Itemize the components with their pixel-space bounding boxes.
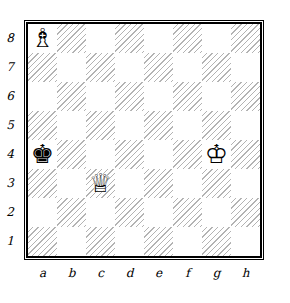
piece-glyph: ♕ — [89, 169, 112, 198]
square-b3 — [57, 169, 86, 198]
square-a4: ♚ — [28, 140, 57, 169]
file-label-f: f — [173, 265, 202, 281]
square-h6 — [231, 82, 260, 111]
square-f2 — [173, 198, 202, 227]
piece-glyph: ♔ — [205, 140, 228, 169]
square-h3 — [231, 169, 260, 198]
square-e4 — [144, 140, 173, 169]
square-e8 — [144, 24, 173, 53]
square-b4 — [57, 140, 86, 169]
square-d8 — [115, 24, 144, 53]
square-d5 — [115, 111, 144, 140]
square-f3 — [173, 169, 202, 198]
square-e3 — [144, 169, 173, 198]
square-g2 — [202, 198, 231, 227]
file-label-d: d — [115, 265, 144, 281]
piece-glyph: ♚ — [31, 140, 54, 169]
square-f4 — [173, 140, 202, 169]
square-d2 — [115, 198, 144, 227]
square-g6 — [202, 82, 231, 111]
square-h2 — [231, 198, 260, 227]
square-a6 — [28, 82, 57, 111]
square-g8 — [202, 24, 231, 53]
file-label-h: h — [231, 265, 260, 281]
white-bishop-piece: ♝♗ — [28, 24, 57, 53]
square-h7 — [231, 53, 260, 82]
chess-diagram: 87654321 ♝♗♚♚♔♛♕ abcdefgh — [0, 0, 290, 303]
file-labels: abcdefgh — [28, 265, 260, 281]
rank-label-6: 6 — [2, 82, 18, 111]
square-c2 — [86, 198, 115, 227]
file-label-e: e — [144, 265, 173, 281]
chess-board: ♝♗♚♚♔♛♕ — [24, 20, 264, 260]
white-queen-piece: ♛♕ — [86, 169, 115, 198]
rank-label-4: 4 — [2, 140, 18, 169]
square-d6 — [115, 82, 144, 111]
square-a3 — [28, 169, 57, 198]
square-a5 — [28, 111, 57, 140]
square-f8 — [173, 24, 202, 53]
square-b1 — [57, 227, 86, 256]
square-c3: ♛♕ — [86, 169, 115, 198]
square-d3 — [115, 169, 144, 198]
black-king-piece: ♚ — [28, 140, 57, 169]
square-e2 — [144, 198, 173, 227]
square-h4 — [231, 140, 260, 169]
rank-labels: 87654321 — [2, 24, 18, 256]
square-c7 — [86, 53, 115, 82]
square-e1 — [144, 227, 173, 256]
square-e7 — [144, 53, 173, 82]
white-king-piece: ♚♔ — [202, 140, 231, 169]
file-label-a: a — [28, 265, 57, 281]
square-a8: ♝♗ — [28, 24, 57, 53]
square-f1 — [173, 227, 202, 256]
board-grid: ♝♗♚♚♔♛♕ — [28, 24, 260, 256]
rank-label-1: 1 — [2, 227, 18, 256]
rank-label-3: 3 — [2, 169, 18, 198]
square-c4 — [86, 140, 115, 169]
rank-label-8: 8 — [2, 24, 18, 53]
rank-label-7: 7 — [2, 53, 18, 82]
file-label-g: g — [202, 265, 231, 281]
square-g5 — [202, 111, 231, 140]
square-f5 — [173, 111, 202, 140]
square-e6 — [144, 82, 173, 111]
square-g3 — [202, 169, 231, 198]
square-f6 — [173, 82, 202, 111]
square-c6 — [86, 82, 115, 111]
square-d7 — [115, 53, 144, 82]
square-b2 — [57, 198, 86, 227]
board-inner-frame: ♝♗♚♚♔♛♕ — [26, 22, 262, 258]
piece-glyph: ♗ — [31, 24, 54, 53]
square-a1 — [28, 227, 57, 256]
square-h1 — [231, 227, 260, 256]
square-h8 — [231, 24, 260, 53]
square-d1 — [115, 227, 144, 256]
file-label-b: b — [57, 265, 86, 281]
square-h5 — [231, 111, 260, 140]
square-d4 — [115, 140, 144, 169]
rank-label-2: 2 — [2, 198, 18, 227]
square-g4: ♚♔ — [202, 140, 231, 169]
square-e5 — [144, 111, 173, 140]
square-a2 — [28, 198, 57, 227]
square-b7 — [57, 53, 86, 82]
file-label-c: c — [86, 265, 115, 281]
square-b5 — [57, 111, 86, 140]
square-g7 — [202, 53, 231, 82]
square-f7 — [173, 53, 202, 82]
rank-label-5: 5 — [2, 111, 18, 140]
square-c5 — [86, 111, 115, 140]
square-a7 — [28, 53, 57, 82]
square-c8 — [86, 24, 115, 53]
square-c1 — [86, 227, 115, 256]
square-g1 — [202, 227, 231, 256]
square-b8 — [57, 24, 86, 53]
square-b6 — [57, 82, 86, 111]
